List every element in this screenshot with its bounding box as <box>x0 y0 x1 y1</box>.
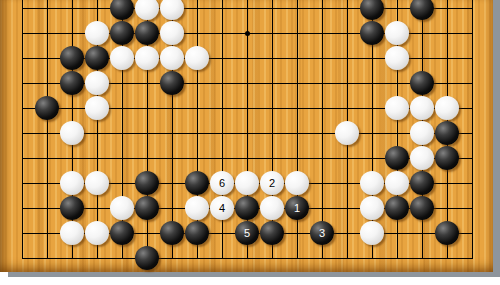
stone-white[interactable] <box>160 21 184 45</box>
move-number-label: 4 <box>219 203 225 214</box>
stone-white[interactable] <box>235 171 259 195</box>
stone-white[interactable] <box>85 171 109 195</box>
stone-black[interactable] <box>385 146 409 170</box>
stone-white[interactable] <box>360 196 384 220</box>
stone-white[interactable] <box>160 0 184 20</box>
stone-white[interactable] <box>85 221 109 245</box>
grid-line-vertical <box>297 0 298 259</box>
stone-white[interactable] <box>85 96 109 120</box>
stone-white[interactable] <box>435 96 459 120</box>
stone-black[interactable] <box>135 171 159 195</box>
stone-white[interactable] <box>360 221 384 245</box>
stone-white[interactable] <box>260 196 284 220</box>
stone-white[interactable] <box>185 46 209 70</box>
stone-black[interactable] <box>235 196 259 220</box>
stone-white[interactable] <box>160 46 184 70</box>
stone-white[interactable] <box>60 171 84 195</box>
stone-black[interactable] <box>185 171 209 195</box>
stone-white[interactable] <box>335 121 359 145</box>
move-number-label: 6 <box>219 178 225 189</box>
grid-line-vertical <box>472 0 473 259</box>
stone-white[interactable] <box>60 121 84 145</box>
stone-white[interactable] <box>85 71 109 95</box>
stone-black[interactable] <box>135 21 159 45</box>
stone-white[interactable] <box>135 0 159 20</box>
stone-black[interactable] <box>360 0 384 20</box>
stone-black[interactable] <box>410 196 434 220</box>
grid-line-horizontal <box>22 133 473 134</box>
stone-white-move-4[interactable]: 4 <box>210 196 234 220</box>
star-point <box>245 31 250 36</box>
stone-black[interactable] <box>185 221 209 245</box>
grid-line-vertical <box>22 0 23 259</box>
grid-line-vertical <box>222 0 223 259</box>
grid-line-vertical <box>47 0 48 259</box>
grid-line-horizontal <box>22 8 473 9</box>
stone-white-move-6[interactable]: 6 <box>210 171 234 195</box>
stone-black[interactable] <box>360 21 384 45</box>
stone-black-move-1[interactable]: 1 <box>285 196 309 220</box>
stone-black[interactable] <box>85 46 109 70</box>
stone-black[interactable] <box>435 121 459 145</box>
stone-black[interactable] <box>35 96 59 120</box>
stone-black[interactable] <box>410 71 434 95</box>
stone-black[interactable] <box>60 46 84 70</box>
stone-white[interactable] <box>410 96 434 120</box>
stone-black-move-5[interactable]: 5 <box>235 221 259 245</box>
stone-white[interactable] <box>60 221 84 245</box>
stone-black[interactable] <box>435 146 459 170</box>
stone-black[interactable] <box>410 0 434 20</box>
move-number-label: 1 <box>294 203 300 214</box>
stone-white[interactable] <box>385 96 409 120</box>
go-board[interactable]: 624153 <box>0 0 493 272</box>
stone-black[interactable] <box>160 221 184 245</box>
stone-black[interactable] <box>60 71 84 95</box>
stone-white[interactable] <box>385 21 409 45</box>
stone-white[interactable] <box>185 196 209 220</box>
stone-black[interactable] <box>110 21 134 45</box>
stone-black-move-3[interactable]: 3 <box>310 221 334 245</box>
stone-white[interactable] <box>385 46 409 70</box>
stone-black[interactable] <box>385 196 409 220</box>
stone-white[interactable] <box>85 21 109 45</box>
stone-black[interactable] <box>410 171 434 195</box>
stone-white[interactable] <box>110 46 134 70</box>
stone-black[interactable] <box>60 196 84 220</box>
stone-black[interactable] <box>135 196 159 220</box>
stone-white[interactable] <box>385 171 409 195</box>
stone-white-move-2[interactable]: 2 <box>260 171 284 195</box>
stone-white[interactable] <box>285 171 309 195</box>
stone-white[interactable] <box>410 146 434 170</box>
stone-black[interactable] <box>135 246 159 270</box>
stone-white[interactable] <box>410 121 434 145</box>
stone-white[interactable] <box>110 196 134 220</box>
move-number-label: 5 <box>244 228 250 239</box>
stone-white[interactable] <box>135 46 159 70</box>
stone-white[interactable] <box>360 171 384 195</box>
stone-black[interactable] <box>160 71 184 95</box>
grid-line-horizontal <box>22 258 473 259</box>
move-number-label: 2 <box>269 178 275 189</box>
stone-black[interactable] <box>110 221 134 245</box>
stone-black[interactable] <box>260 221 284 245</box>
stone-black[interactable] <box>435 221 459 245</box>
go-diagram: 624153 <box>0 0 500 285</box>
stone-black[interactable] <box>110 0 134 20</box>
move-number-label: 3 <box>319 228 325 239</box>
